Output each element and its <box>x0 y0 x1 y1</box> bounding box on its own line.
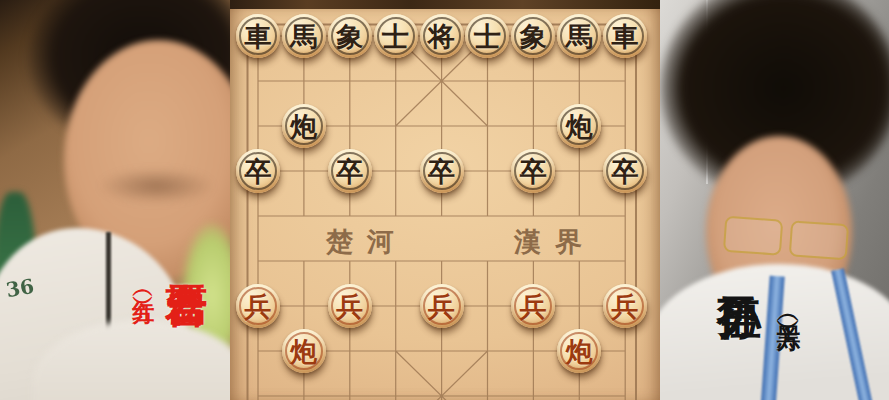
piece-glyph: 卒 <box>244 158 271 185</box>
piece-black-chariot[interactable]: 車 <box>236 14 280 58</box>
piece-glyph: 兵 <box>612 293 639 320</box>
piece-glyph: 象 <box>520 23 547 50</box>
piece-glyph: 炮 <box>566 338 593 365</box>
piece-black-horse[interactable]: 馬 <box>557 14 601 58</box>
piece-black-elephant[interactable]: 象 <box>328 14 372 58</box>
right-player-photo: 孙勇征 （黑方） <box>660 0 889 400</box>
piece-glyph: 士 <box>382 23 409 50</box>
screenshot-stage: 36 曹岩磊 （红方） 楚河 漢界 車馬象士将士象馬車炮炮卒卒卒卒卒兵兵兵兵兵炮… <box>0 0 889 400</box>
piece-grid[interactable]: 車馬象士将士象馬車炮炮卒卒卒卒卒兵兵兵兵兵炮炮 <box>235 14 648 400</box>
piece-glyph: 兵 <box>428 293 455 320</box>
piece-glyph: 車 <box>244 23 271 50</box>
piece-glyph: 兵 <box>244 293 271 320</box>
piece-red-soldier[interactable]: 兵 <box>420 284 464 328</box>
piece-red-soldier[interactable]: 兵 <box>603 284 647 328</box>
piece-glyph: 卒 <box>336 158 363 185</box>
piece-red-soldier[interactable]: 兵 <box>328 284 372 328</box>
left-player-eyes <box>97 168 217 204</box>
piece-red-soldier[interactable]: 兵 <box>236 284 280 328</box>
piece-glyph: 馬 <box>290 23 317 50</box>
piece-glyph: 炮 <box>290 113 317 140</box>
piece-glyph: 卒 <box>520 158 547 185</box>
piece-glyph: 卒 <box>428 158 455 185</box>
piece-glyph: 卒 <box>612 158 639 185</box>
piece-black-elephant[interactable]: 象 <box>511 14 555 58</box>
piece-glyph: 将 <box>428 23 455 50</box>
left-player-photo: 36 曹岩磊 （红方） <box>0 0 230 400</box>
xiangqi-board[interactable]: 楚河 漢界 車馬象士将士象馬車炮炮卒卒卒卒卒兵兵兵兵兵炮炮 <box>230 0 660 400</box>
left-player-zipper <box>106 232 111 336</box>
piece-glyph: 炮 <box>290 338 317 365</box>
piece-black-soldier[interactable]: 卒 <box>420 149 464 193</box>
piece-black-advisor[interactable]: 士 <box>465 14 509 58</box>
piece-glyph: 象 <box>336 23 363 50</box>
piece-black-cannon[interactable]: 炮 <box>557 104 601 148</box>
piece-black-horse[interactable]: 馬 <box>282 14 326 58</box>
piece-red-cannon[interactable]: 炮 <box>282 329 326 373</box>
piece-glyph: 兵 <box>336 293 363 320</box>
jersey-number: 36 <box>4 274 36 302</box>
piece-black-chariot[interactable]: 車 <box>603 14 647 58</box>
piece-red-soldier[interactable]: 兵 <box>511 284 555 328</box>
piece-glyph: 馬 <box>566 23 593 50</box>
piece-black-general[interactable]: 将 <box>420 14 464 58</box>
piece-black-soldier[interactable]: 卒 <box>511 149 555 193</box>
piece-black-soldier[interactable]: 卒 <box>328 149 372 193</box>
piece-black-soldier[interactable]: 卒 <box>603 149 647 193</box>
piece-black-advisor[interactable]: 士 <box>374 14 418 58</box>
piece-red-cannon[interactable]: 炮 <box>557 329 601 373</box>
piece-glyph: 兵 <box>520 293 547 320</box>
board-top-frame <box>230 0 660 9</box>
piece-glyph: 士 <box>474 23 501 50</box>
piece-glyph: 車 <box>612 23 639 50</box>
piece-glyph: 炮 <box>566 113 593 140</box>
piece-black-cannon[interactable]: 炮 <box>282 104 326 148</box>
piece-black-soldier[interactable]: 卒 <box>236 149 280 193</box>
